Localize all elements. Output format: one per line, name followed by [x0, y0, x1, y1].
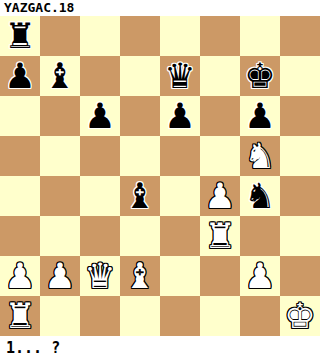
- white-king[interactable]: ♚: [280, 296, 320, 336]
- square-e6[interactable]: ♟: [160, 96, 200, 136]
- square-b6[interactable]: [40, 96, 80, 136]
- square-c3[interactable]: [80, 216, 120, 256]
- black-knight[interactable]: ♞: [240, 176, 280, 216]
- square-c4[interactable]: [80, 176, 120, 216]
- white-pawn[interactable]: ♟: [0, 256, 40, 296]
- square-d5[interactable]: [120, 136, 160, 176]
- square-h1[interactable]: ♚: [280, 296, 320, 336]
- chess-board: ♜♟♝♛♚♟♟♟♞♝♟♞♜♟♟♛♝♟♜♚: [0, 16, 320, 336]
- square-c1[interactable]: [80, 296, 120, 336]
- white-rook[interactable]: ♜: [200, 216, 240, 256]
- square-a2[interactable]: ♟: [0, 256, 40, 296]
- square-b8[interactable]: [40, 16, 80, 56]
- square-b3[interactable]: [40, 216, 80, 256]
- square-c2[interactable]: ♛: [80, 256, 120, 296]
- square-d6[interactable]: [120, 96, 160, 136]
- square-b7[interactable]: ♝: [40, 56, 80, 96]
- square-a5[interactable]: [0, 136, 40, 176]
- square-e4[interactable]: [160, 176, 200, 216]
- square-e2[interactable]: [160, 256, 200, 296]
- white-pawn[interactable]: ♟: [200, 176, 240, 216]
- square-g6[interactable]: ♟: [240, 96, 280, 136]
- black-pawn[interactable]: ♟: [160, 96, 200, 136]
- square-d1[interactable]: [120, 296, 160, 336]
- square-b1[interactable]: [40, 296, 80, 336]
- square-g3[interactable]: [240, 216, 280, 256]
- square-a7[interactable]: ♟: [0, 56, 40, 96]
- square-e8[interactable]: [160, 16, 200, 56]
- square-f6[interactable]: [200, 96, 240, 136]
- square-g8[interactable]: [240, 16, 280, 56]
- square-c8[interactable]: [80, 16, 120, 56]
- square-h6[interactable]: [280, 96, 320, 136]
- black-pawn[interactable]: ♟: [0, 56, 40, 96]
- black-queen[interactable]: ♛: [160, 56, 200, 96]
- square-h8[interactable]: [280, 16, 320, 56]
- square-f3[interactable]: ♜: [200, 216, 240, 256]
- square-e1[interactable]: [160, 296, 200, 336]
- square-h5[interactable]: [280, 136, 320, 176]
- black-king[interactable]: ♚: [240, 56, 280, 96]
- square-d3[interactable]: [120, 216, 160, 256]
- white-bishop[interactable]: ♝: [120, 256, 160, 296]
- square-h3[interactable]: [280, 216, 320, 256]
- square-c5[interactable]: [80, 136, 120, 176]
- puzzle-title: YAZGAC.18: [0, 0, 320, 16]
- square-f4[interactable]: ♟: [200, 176, 240, 216]
- black-bishop[interactable]: ♝: [120, 176, 160, 216]
- square-b2[interactable]: ♟: [40, 256, 80, 296]
- square-b5[interactable]: [40, 136, 80, 176]
- square-g7[interactable]: ♚: [240, 56, 280, 96]
- white-rook[interactable]: ♜: [0, 296, 40, 336]
- white-knight[interactable]: ♞: [240, 136, 280, 176]
- square-d7[interactable]: [120, 56, 160, 96]
- white-queen[interactable]: ♛: [80, 256, 120, 296]
- square-a8[interactable]: ♜: [0, 16, 40, 56]
- square-c7[interactable]: [80, 56, 120, 96]
- square-e7[interactable]: ♛: [160, 56, 200, 96]
- square-f5[interactable]: [200, 136, 240, 176]
- square-a1[interactable]: ♜: [0, 296, 40, 336]
- black-pawn[interactable]: ♟: [80, 96, 120, 136]
- black-rook[interactable]: ♜: [0, 16, 40, 56]
- square-a4[interactable]: [0, 176, 40, 216]
- black-pawn[interactable]: ♟: [240, 96, 280, 136]
- square-e3[interactable]: [160, 216, 200, 256]
- square-g4[interactable]: ♞: [240, 176, 280, 216]
- white-pawn[interactable]: ♟: [240, 256, 280, 296]
- square-f8[interactable]: [200, 16, 240, 56]
- square-d4[interactable]: ♝: [120, 176, 160, 216]
- square-c6[interactable]: ♟: [80, 96, 120, 136]
- square-f2[interactable]: [200, 256, 240, 296]
- chess-diagram-window: YAZGAC.18 ♜♟♝♛♚♟♟♟♞♝♟♞♜♟♟♛♝♟♜♚ 1... ?: [0, 0, 320, 360]
- square-e5[interactable]: [160, 136, 200, 176]
- square-h7[interactable]: [280, 56, 320, 96]
- square-g1[interactable]: [240, 296, 280, 336]
- square-h2[interactable]: [280, 256, 320, 296]
- square-g5[interactable]: ♞: [240, 136, 280, 176]
- square-g2[interactable]: ♟: [240, 256, 280, 296]
- white-pawn[interactable]: ♟: [40, 256, 80, 296]
- square-f7[interactable]: [200, 56, 240, 96]
- square-d8[interactable]: [120, 16, 160, 56]
- black-bishop[interactable]: ♝: [40, 56, 80, 96]
- square-b4[interactable]: [40, 176, 80, 216]
- move-prompt: 1... ?: [0, 336, 320, 360]
- square-h4[interactable]: [280, 176, 320, 216]
- square-d2[interactable]: ♝: [120, 256, 160, 296]
- square-f1[interactable]: [200, 296, 240, 336]
- square-a6[interactable]: [0, 96, 40, 136]
- square-a3[interactable]: [0, 216, 40, 256]
